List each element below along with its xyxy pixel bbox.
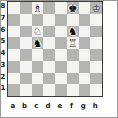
square-d5 xyxy=(43,37,55,49)
square-g6 xyxy=(79,26,91,38)
white-rook-f5: ♖ xyxy=(68,37,77,48)
square-b6 xyxy=(20,26,32,38)
square-b7 xyxy=(20,14,32,26)
square-h1 xyxy=(90,84,102,96)
square-g2 xyxy=(79,73,91,85)
file-label-f: f xyxy=(66,100,78,112)
square-h7 xyxy=(90,14,102,26)
black-knight-f6: ♞ xyxy=(68,26,77,37)
square-g8 xyxy=(79,2,91,14)
square-a2 xyxy=(8,73,20,85)
square-g4 xyxy=(79,49,91,61)
square-g5 xyxy=(79,37,91,49)
file-label-a: a xyxy=(7,100,19,112)
square-a7 xyxy=(8,14,20,26)
file-label-g: g xyxy=(78,100,90,112)
square-c8: ♗ xyxy=(32,2,44,14)
white-bishop-c8: ♗ xyxy=(33,2,42,13)
square-h3 xyxy=(90,61,102,73)
black-knight-c5: ♞ xyxy=(33,37,42,48)
rank-label-6: 6 xyxy=(0,25,6,37)
square-g7 xyxy=(79,14,91,26)
square-f4 xyxy=(67,49,79,61)
square-g3 xyxy=(79,61,91,73)
square-e7 xyxy=(55,14,67,26)
square-b8 xyxy=(20,2,32,14)
square-b2 xyxy=(20,73,32,85)
square-c6: ♘ xyxy=(32,26,44,38)
black-king-f8: ♚ xyxy=(68,2,77,13)
square-d3 xyxy=(43,61,55,73)
square-c3 xyxy=(32,61,44,73)
square-a8 xyxy=(8,2,20,14)
square-a5 xyxy=(8,37,20,49)
file-label-h: h xyxy=(89,100,101,112)
square-e3 xyxy=(55,61,67,73)
square-f1 xyxy=(67,84,79,96)
square-d8 xyxy=(43,2,55,14)
square-b5 xyxy=(20,37,32,49)
chess-board: ♗♚♔♘♞♞♖ xyxy=(7,1,103,97)
square-c5: ♞ xyxy=(32,37,44,49)
white-knight-c6: ♘ xyxy=(33,26,42,37)
square-h2 xyxy=(90,73,102,85)
file-label-d: d xyxy=(42,100,54,112)
square-f8: ♚ xyxy=(67,2,79,14)
rank-label-5: 5 xyxy=(0,36,6,48)
file-label-e: e xyxy=(54,100,66,112)
square-c1 xyxy=(32,84,44,96)
square-a1 xyxy=(8,84,20,96)
square-e5 xyxy=(55,37,67,49)
rank-label-2: 2 xyxy=(0,72,6,84)
square-d6 xyxy=(43,26,55,38)
square-b1 xyxy=(20,84,32,96)
square-e6 xyxy=(55,26,67,38)
square-d2 xyxy=(43,73,55,85)
square-a4 xyxy=(8,49,20,61)
square-d4 xyxy=(43,49,55,61)
square-g1 xyxy=(79,84,91,96)
square-b3 xyxy=(20,61,32,73)
square-f3 xyxy=(67,61,79,73)
rank-label-4: 4 xyxy=(0,48,6,60)
square-e4 xyxy=(55,49,67,61)
square-h8: ♔ xyxy=(90,2,102,14)
square-a6 xyxy=(8,26,20,38)
file-label-c: c xyxy=(31,100,43,112)
square-d7 xyxy=(43,14,55,26)
rank-label-1: 1 xyxy=(0,83,6,95)
square-h5 xyxy=(90,37,102,49)
square-c7 xyxy=(32,14,44,26)
square-e1 xyxy=(55,84,67,96)
square-a3 xyxy=(8,61,20,73)
square-f5: ♖ xyxy=(67,37,79,49)
square-e2 xyxy=(55,73,67,85)
square-c4 xyxy=(32,49,44,61)
square-f6: ♞ xyxy=(67,26,79,38)
square-h4 xyxy=(90,49,102,61)
square-f2 xyxy=(67,73,79,85)
square-c2 xyxy=(32,73,44,85)
square-f7 xyxy=(67,14,79,26)
square-e8 xyxy=(55,2,67,14)
white-king-h8: ♔ xyxy=(91,2,100,13)
rank-label-7: 7 xyxy=(0,13,6,25)
file-label-b: b xyxy=(19,100,31,112)
square-b4 xyxy=(20,49,32,61)
rank-label-3: 3 xyxy=(0,60,6,72)
square-h6 xyxy=(90,26,102,38)
square-d1 xyxy=(43,84,55,96)
rank-label-8: 8 xyxy=(0,1,6,13)
